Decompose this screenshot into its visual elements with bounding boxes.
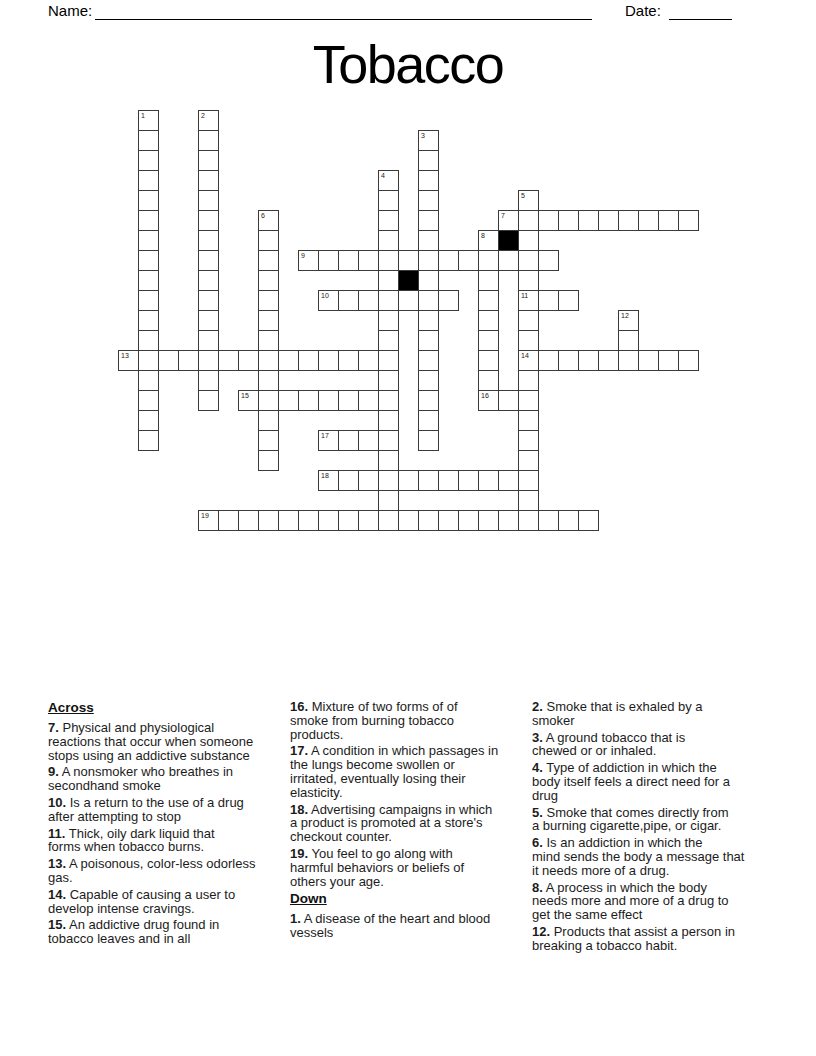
grid-cell[interactable] [478, 250, 499, 271]
grid-cell[interactable] [478, 310, 499, 331]
clue-number-label: 8. [532, 880, 543, 895]
grid-cell[interactable] [378, 230, 399, 251]
clue-number-label: 10. [48, 795, 66, 810]
page-title: Tobacco [0, 33, 816, 95]
clue-number-label: 5. [532, 805, 543, 820]
grid-cell[interactable] [378, 350, 399, 371]
grid-cell[interactable] [178, 350, 199, 371]
grid-cell[interactable] [658, 210, 679, 231]
clue-number: 12 [621, 312, 629, 319]
grid-cell[interactable] [358, 350, 379, 371]
grid-cell[interactable] [398, 290, 419, 311]
grid-cell[interactable] [138, 330, 159, 351]
grid-cell[interactable] [498, 470, 519, 491]
grid-cell[interactable] [138, 250, 159, 271]
clue-19-across: 19. You feel to go along with harmful be… [290, 847, 527, 888]
black-cell [398, 270, 419, 291]
grid-cell[interactable] [138, 190, 159, 211]
grid-cell[interactable]: 15 [238, 390, 259, 411]
grid-cell[interactable] [518, 370, 539, 391]
grid-cell[interactable] [198, 370, 219, 391]
clue-2-down: 2. Smoke that is exhaled by a smoker [532, 700, 769, 728]
grid-cell[interactable] [478, 470, 499, 491]
grid-cell[interactable]: 5 [518, 190, 539, 211]
grid-cell[interactable] [518, 410, 539, 431]
clue-number: 3 [421, 132, 425, 139]
grid-cell[interactable] [258, 310, 279, 331]
grid-cell[interactable] [318, 350, 339, 371]
grid-cell[interactable] [678, 210, 699, 231]
clue-number-label: 13. [48, 856, 66, 871]
grid-cell[interactable]: 9 [298, 250, 319, 271]
grid-cell[interactable] [418, 350, 439, 371]
grid-cell[interactable] [418, 510, 439, 531]
clue-1-down: 1. A disease of the heart and blood vess… [290, 912, 527, 940]
grid-cell[interactable] [258, 430, 279, 451]
clue-number-label: 14. [48, 887, 66, 902]
clue-12-down: 12. Products that assist a person in bre… [532, 925, 769, 953]
grid-cell[interactable] [418, 150, 439, 171]
clue-number: 14 [521, 352, 529, 359]
clue-number-label: 1. [290, 911, 301, 926]
grid-cell[interactable] [358, 290, 379, 311]
grid-cell[interactable] [418, 230, 439, 251]
grid-cell[interactable] [338, 390, 359, 411]
grid-cell[interactable] [198, 150, 219, 171]
clue-4-down: 4. Type of addiction in which the body i… [532, 761, 769, 802]
clue-number-label: 9. [48, 764, 59, 779]
grid-cell[interactable] [438, 510, 459, 531]
grid-cell[interactable] [358, 470, 379, 491]
grid-cell[interactable] [618, 330, 639, 351]
clue-3-down: 3. A ground tobacco that is chewed or or… [532, 731, 769, 759]
grid-cell[interactable] [558, 510, 579, 531]
clue-15-across: 15. An addictive drug found in tobacco l… [48, 918, 285, 946]
clue-9-across: 9. A nonsmoker who breathes in secondhan… [48, 765, 285, 793]
grid-cell[interactable]: 19 [198, 510, 219, 531]
grid-cell[interactable] [418, 470, 439, 491]
clue-number-label: 2. [532, 699, 543, 714]
grid-cell[interactable] [578, 510, 599, 531]
grid-cell[interactable]: 14 [518, 350, 539, 371]
grid-cell[interactable] [198, 190, 219, 211]
grid-cell[interactable] [518, 470, 539, 491]
grid-cell[interactable] [258, 270, 279, 291]
grid-cell[interactable] [378, 430, 399, 451]
clue-18-across: 18. Advertising campaigns in which a pro… [290, 803, 527, 844]
grid-cell[interactable] [338, 290, 359, 311]
grid-cell[interactable] [538, 510, 559, 531]
grid-cell[interactable] [378, 370, 399, 391]
clue-number: 18 [321, 472, 329, 479]
grid-cell[interactable] [358, 430, 379, 451]
grid-cell[interactable] [518, 250, 539, 271]
grid-cell[interactable] [378, 490, 399, 511]
grid-cell[interactable] [258, 290, 279, 311]
clue-number: 11 [521, 292, 528, 299]
clue-number: 1 [141, 112, 145, 119]
grid-cell[interactable] [458, 250, 479, 271]
grid-cell[interactable] [358, 250, 379, 271]
clue-10-across: 10. Is a return to the use of a drug aft… [48, 796, 285, 824]
grid-cell[interactable] [518, 490, 539, 511]
grid-cell[interactable] [378, 450, 399, 471]
clue-17-across: 17. A condition in which passages in the… [290, 744, 527, 799]
clue-number-label: 18. [290, 802, 308, 817]
grid-cell[interactable] [378, 410, 399, 431]
grid-cell[interactable] [618, 350, 639, 371]
clue-column-3: 2. Smoke that is exhaled by a smoker3. A… [532, 700, 769, 956]
clue-13-across: 13. A poisonous, color-less odorless gas… [48, 857, 285, 885]
clue-11-across: 11. Thick, oily dark liquid that forms w… [48, 827, 285, 855]
grid-cell[interactable] [498, 390, 519, 411]
clue-6-down: 6. Is an addiction in which the mind sen… [532, 836, 769, 877]
grid-cell[interactable] [198, 230, 219, 251]
grid-cell[interactable] [198, 130, 219, 151]
grid-cell[interactable] [638, 350, 659, 371]
grid-cell[interactable] [378, 330, 399, 351]
grid-cell[interactable] [138, 210, 159, 231]
grid-cell[interactable] [258, 350, 279, 371]
grid-cell[interactable] [538, 290, 559, 311]
clue-number: 4 [381, 172, 385, 179]
clue-number: 16 [481, 392, 489, 399]
grid-cell[interactable]: 10 [318, 290, 339, 311]
grid-cell[interactable] [378, 310, 399, 331]
grid-cell[interactable] [478, 330, 499, 351]
grid-cell[interactable] [278, 350, 299, 371]
grid-cell[interactable] [238, 510, 259, 531]
grid-cell[interactable] [478, 290, 499, 311]
date-blank-line [669, 19, 732, 20]
grid-cell[interactable] [138, 170, 159, 191]
grid-cell[interactable] [338, 250, 359, 271]
grid-cell[interactable] [598, 350, 619, 371]
grid-cell[interactable] [518, 450, 539, 471]
clue-16-across: 16. Mixture of two forms of of smoke fro… [290, 700, 527, 741]
grid-cell[interactable] [198, 270, 219, 291]
grid-cell[interactable] [258, 410, 279, 431]
grid-cell[interactable] [198, 210, 219, 231]
grid-cell[interactable] [518, 390, 539, 411]
grid-cell[interactable] [298, 390, 319, 411]
grid-cell[interactable] [378, 270, 399, 291]
grid-cell[interactable] [278, 510, 299, 531]
grid-cell[interactable]: 13 [118, 350, 139, 371]
clue-number: 2 [201, 112, 205, 119]
grid-cell[interactable] [538, 210, 559, 231]
grid-cell[interactable] [258, 250, 279, 271]
grid-cell[interactable] [198, 170, 219, 191]
grid-cell[interactable] [138, 270, 159, 291]
grid-cell[interactable] [198, 330, 219, 351]
grid-cell[interactable] [418, 310, 439, 331]
grid-cell[interactable] [338, 510, 359, 531]
grid-cell[interactable] [418, 430, 439, 451]
grid-cell[interactable] [418, 330, 439, 351]
grid-cell[interactable] [478, 370, 499, 391]
clue-number: 19 [201, 512, 209, 519]
grid-cell[interactable] [378, 190, 399, 211]
grid-cell[interactable] [558, 290, 579, 311]
grid-cell[interactable] [518, 510, 539, 531]
grid-cell[interactable] [478, 350, 499, 371]
grid-cell[interactable] [418, 170, 439, 191]
grid-cell[interactable] [218, 510, 239, 531]
grid-cell[interactable] [198, 350, 219, 371]
grid-cell[interactable] [318, 510, 339, 531]
grid-cell[interactable] [678, 350, 699, 371]
grid-cell[interactable] [398, 470, 419, 491]
grid-cell[interactable] [398, 510, 419, 531]
grid-cell[interactable]: 12 [618, 310, 639, 331]
across-header: Across [48, 700, 285, 716]
clues-section: Across7. Physical and physiological reac… [48, 700, 772, 956]
grid-cell[interactable] [338, 470, 359, 491]
grid-cell[interactable]: 2 [198, 110, 219, 131]
grid-cell[interactable] [438, 290, 459, 311]
grid-cell[interactable]: 11 [518, 290, 539, 311]
clue-7-across: 7. Physical and physiological reactions … [48, 721, 285, 762]
grid-cell[interactable] [518, 210, 539, 231]
grid-cell[interactable] [138, 410, 159, 431]
worksheet-page: Name: Date: Tobacco 12345678910111213141… [0, 0, 816, 1056]
grid-cell[interactable] [278, 390, 299, 411]
grid-cell[interactable] [378, 470, 399, 491]
grid-cell[interactable] [258, 450, 279, 471]
grid-cell[interactable] [138, 230, 159, 251]
grid-cell[interactable] [658, 350, 679, 371]
grid-cell[interactable] [598, 210, 619, 231]
name-label: Name: [48, 2, 92, 19]
grid-cell[interactable] [418, 410, 439, 431]
grid-cell[interactable]: 7 [498, 210, 519, 231]
grid-cell[interactable]: 1 [138, 110, 159, 131]
grid-cell[interactable]: 16 [478, 390, 499, 411]
grid-cell[interactable] [358, 510, 379, 531]
clue-number-label: 7. [48, 720, 59, 735]
grid-cell[interactable] [558, 210, 579, 231]
clue-number: 10 [321, 292, 329, 299]
clue-column-1: Across7. Physical and physiological reac… [48, 700, 285, 956]
grid-cell[interactable] [418, 210, 439, 231]
grid-cell[interactable] [418, 250, 439, 271]
grid-cell[interactable] [218, 350, 239, 371]
clue-8-down: 8. A process in which the body needs mor… [532, 881, 769, 922]
grid-cell[interactable] [438, 250, 459, 271]
grid-cell[interactable] [518, 230, 539, 251]
grid-cell[interactable] [378, 210, 399, 231]
grid-cell[interactable] [138, 390, 159, 411]
grid-cell[interactable]: 8 [478, 230, 499, 251]
clue-number: 8 [481, 232, 485, 239]
grid-cell[interactable] [518, 310, 539, 331]
clue-number-label: 4. [532, 760, 543, 775]
clue-number-label: 19. [290, 846, 308, 861]
grid-cell[interactable] [418, 270, 439, 291]
grid-cell[interactable] [258, 370, 279, 391]
grid-cell[interactable] [138, 290, 159, 311]
clue-number: 9 [301, 252, 305, 259]
grid-cell[interactable] [518, 330, 539, 351]
clue-number: 17 [321, 432, 329, 439]
grid-cell[interactable] [538, 350, 559, 371]
grid-cell[interactable] [578, 210, 599, 231]
clue-number-label: 11. [48, 826, 65, 841]
grid-cell[interactable] [138, 130, 159, 151]
grid-cell[interactable] [418, 390, 439, 411]
grid-cell[interactable] [198, 290, 219, 311]
grid-cell[interactable] [138, 430, 159, 451]
grid-cell[interactable]: 6 [258, 210, 279, 231]
grid-cell[interactable] [298, 510, 319, 531]
grid-cell[interactable] [518, 270, 539, 291]
grid-cell[interactable] [258, 330, 279, 351]
down-header: Down [290, 891, 527, 907]
grid-cell[interactable] [498, 510, 519, 531]
grid-cell[interactable] [378, 250, 399, 271]
grid-cell[interactable] [378, 290, 399, 311]
grid-cell[interactable]: 18 [318, 470, 339, 491]
clue-column-2: 16. Mixture of two forms of of smoke fro… [290, 700, 527, 956]
grid-cell[interactable] [438, 470, 459, 491]
grid-cell[interactable] [138, 370, 159, 391]
grid-cell[interactable] [138, 310, 159, 331]
grid-cell[interactable]: 4 [378, 170, 399, 191]
grid-cell[interactable] [318, 250, 339, 271]
grid-cell[interactable] [458, 470, 479, 491]
grid-cell[interactable] [198, 310, 219, 331]
grid-cell[interactable]: 17 [318, 430, 339, 451]
grid-cell[interactable] [398, 250, 419, 271]
grid-cell[interactable] [498, 250, 519, 271]
grid-cell[interactable] [198, 250, 219, 271]
grid-cell[interactable] [338, 430, 359, 451]
crossword-grid: 12345678910111213141516171819 [118, 110, 699, 531]
grid-cell[interactable] [338, 350, 359, 371]
grid-cell[interactable] [158, 350, 179, 371]
grid-cell[interactable] [238, 350, 259, 371]
grid-cell[interactable] [378, 510, 399, 531]
grid-cell[interactable] [258, 510, 279, 531]
clue-number: 13 [121, 352, 129, 359]
clue-5-down: 5. Smoke that comes directly from a burn… [532, 806, 769, 834]
clue-number-label: 3. [532, 730, 543, 745]
grid-cell[interactable] [538, 250, 559, 271]
grid-cell[interactable] [138, 150, 159, 171]
grid-cell[interactable] [198, 390, 219, 411]
grid-cell[interactable] [418, 290, 439, 311]
grid-cell[interactable] [378, 390, 399, 411]
grid-cell[interactable] [618, 210, 639, 231]
black-cell [498, 230, 519, 251]
grid-cell[interactable] [558, 350, 579, 371]
grid-cell[interactable] [318, 390, 339, 411]
grid-cell[interactable] [458, 510, 479, 531]
grid-cell[interactable] [258, 390, 279, 411]
date-label: Date: [625, 2, 661, 19]
clue-number-label: 16. [290, 699, 308, 714]
clue-number: 7 [501, 212, 505, 219]
grid-cell[interactable] [478, 270, 499, 291]
grid-cell[interactable] [298, 350, 319, 371]
grid-cell[interactable] [258, 230, 279, 251]
grid-cell[interactable] [478, 510, 499, 531]
grid-cell[interactable] [578, 350, 599, 371]
clue-number-label: 15. [48, 917, 66, 932]
name-blank-line [95, 19, 592, 20]
clue-number-label: 12. [532, 924, 550, 939]
clue-number-label: 6. [532, 835, 543, 850]
grid-cell[interactable] [638, 210, 659, 231]
grid-cell[interactable] [418, 370, 439, 391]
clue-number: 6 [261, 212, 265, 219]
grid-cell[interactable] [358, 390, 379, 411]
clue-14-across: 14. Capable of causing a user to develop… [48, 888, 285, 916]
grid-cell[interactable] [418, 190, 439, 211]
grid-cell[interactable]: 3 [418, 130, 439, 151]
clue-number: 5 [521, 192, 525, 199]
clue-number-label: 17. [290, 743, 308, 758]
grid-cell[interactable] [138, 350, 159, 371]
clue-number: 15 [241, 392, 249, 399]
grid-cell[interactable] [518, 430, 539, 451]
